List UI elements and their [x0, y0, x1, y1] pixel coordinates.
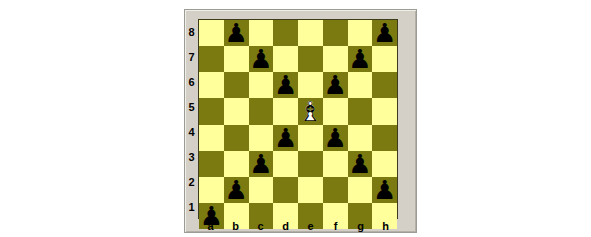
file-label-f: f [323, 219, 348, 233]
black-pawn[interactable]: ♟ [249, 46, 272, 72]
square-h5[interactable] [372, 98, 397, 125]
file-label-d: d [273, 219, 298, 233]
square-d3[interactable] [273, 151, 298, 177]
square-e6[interactable] [298, 72, 323, 98]
square-a6[interactable] [199, 72, 224, 98]
file-label-b: b [223, 219, 248, 233]
file-label-h: h [373, 219, 398, 233]
square-g3[interactable]: ♟ [348, 151, 373, 177]
square-d5[interactable] [273, 98, 298, 125]
square-c8[interactable] [249, 20, 274, 46]
square-e5[interactable]: ♝♗ [298, 98, 323, 125]
square-h8[interactable]: ♟ [372, 20, 397, 46]
square-f2[interactable] [323, 177, 348, 203]
square-b8[interactable]: ♟ [224, 20, 249, 46]
rank-label-8: 8 [185, 19, 198, 44]
square-g7[interactable]: ♟ [348, 46, 373, 72]
white-bishop-outline: ♗ [298, 98, 322, 125]
square-d7[interactable] [273, 46, 298, 72]
black-pawn[interactable]: ♟ [348, 151, 371, 177]
square-a7[interactable] [199, 46, 224, 72]
square-c3[interactable]: ♟ [249, 151, 274, 177]
square-f4[interactable]: ♟ [323, 125, 348, 151]
rank-label-6: 6 [185, 69, 198, 94]
square-e2[interactable] [298, 177, 323, 203]
square-e7[interactable] [298, 46, 323, 72]
square-b6[interactable] [224, 72, 249, 98]
square-f8[interactable] [323, 20, 348, 46]
file-labels: abcdefgh [198, 219, 398, 233]
square-g2[interactable] [348, 177, 373, 203]
white-bishop[interactable]: ♝♗ [298, 98, 322, 125]
file-label-c: c [248, 219, 273, 233]
square-b5[interactable] [224, 98, 249, 125]
black-pawn[interactable]: ♟ [224, 177, 247, 203]
black-pawn[interactable]: ♟ [274, 72, 297, 98]
black-pawn[interactable]: ♟ [323, 72, 346, 98]
square-d6[interactable]: ♟ [273, 72, 298, 98]
rank-label-7: 7 [185, 44, 198, 69]
rank-label-1: 1 [185, 194, 198, 219]
black-pawn[interactable]: ♟ [274, 125, 297, 151]
black-pawn[interactable]: ♟ [249, 151, 272, 177]
file-label-a: a [198, 219, 223, 233]
rank-label-2: 2 [185, 169, 198, 194]
square-a3[interactable] [199, 151, 224, 177]
board: ♟♟♟♟♟♟♝♗♟♟♟♟♟♟♟ [198, 19, 398, 219]
square-d8[interactable] [273, 20, 298, 46]
black-pawn[interactable]: ♟ [373, 20, 396, 46]
square-b7[interactable] [224, 46, 249, 72]
square-g5[interactable] [348, 98, 373, 125]
square-b3[interactable] [224, 151, 249, 177]
square-h4[interactable] [372, 125, 397, 151]
square-h2[interactable]: ♟ [372, 177, 397, 203]
chessboard-frame: 87654321 ♟♟♟♟♟♟♝♗♟♟♟♟♟♟♟ abcdefgh [184, 9, 417, 233]
square-c6[interactable] [249, 72, 274, 98]
square-a5[interactable] [199, 98, 224, 125]
square-f7[interactable] [323, 46, 348, 72]
square-f5[interactable] [323, 98, 348, 125]
square-g6[interactable] [348, 72, 373, 98]
rank-label-3: 3 [185, 144, 198, 169]
square-h3[interactable] [372, 151, 397, 177]
square-e8[interactable] [298, 20, 323, 46]
square-c7[interactable]: ♟ [249, 46, 274, 72]
file-label-e: e [298, 219, 323, 233]
black-pawn[interactable]: ♟ [348, 46, 371, 72]
square-a2[interactable] [199, 177, 224, 203]
rank-label-5: 5 [185, 94, 198, 119]
black-pawn[interactable]: ♟ [323, 125, 346, 151]
page: 87654321 ♟♟♟♟♟♟♝♗♟♟♟♟♟♟♟ abcdefgh [0, 0, 591, 237]
square-a4[interactable] [199, 125, 224, 151]
square-e4[interactable] [298, 125, 323, 151]
square-e3[interactable] [298, 151, 323, 177]
square-b2[interactable]: ♟ [224, 177, 249, 203]
square-c2[interactable] [249, 177, 274, 203]
square-h7[interactable] [372, 46, 397, 72]
file-label-g: g [348, 219, 373, 233]
rank-labels: 87654321 [185, 19, 198, 219]
square-f3[interactable] [323, 151, 348, 177]
square-g8[interactable] [348, 20, 373, 46]
square-f6[interactable]: ♟ [323, 72, 348, 98]
rank-label-4: 4 [185, 119, 198, 144]
square-a8[interactable] [199, 20, 224, 46]
square-h6[interactable] [372, 72, 397, 98]
square-g4[interactable] [348, 125, 373, 151]
black-pawn[interactable]: ♟ [373, 177, 396, 203]
square-c4[interactable] [249, 125, 274, 151]
square-d4[interactable]: ♟ [273, 125, 298, 151]
square-c5[interactable] [249, 98, 274, 125]
black-pawn[interactable]: ♟ [224, 20, 247, 46]
square-d2[interactable] [273, 177, 298, 203]
square-b4[interactable] [224, 125, 249, 151]
